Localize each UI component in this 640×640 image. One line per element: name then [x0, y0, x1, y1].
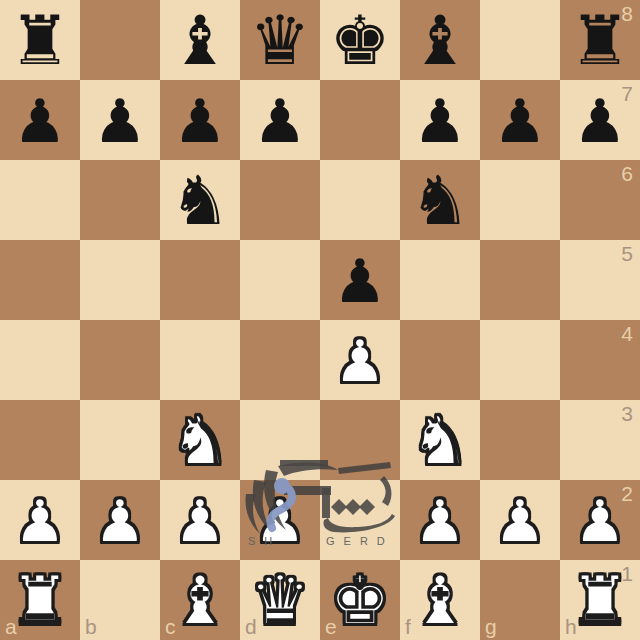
square-a2[interactable]: ♟	[0, 480, 80, 560]
white-knight[interactable]: ♞	[410, 407, 471, 475]
square-g8[interactable]	[480, 0, 560, 80]
white-knight[interactable]: ♞	[170, 407, 231, 475]
square-g1[interactable]	[480, 560, 560, 640]
black-pawn[interactable]: ♟	[93, 91, 147, 151]
square-a8[interactable]: ♜	[0, 0, 80, 80]
square-g5[interactable]	[480, 240, 560, 320]
square-c3[interactable]: ♞	[160, 400, 240, 480]
square-c8[interactable]: ♝	[160, 0, 240, 80]
square-d4[interactable]	[240, 320, 320, 400]
square-e8[interactable]: ♚	[320, 0, 400, 80]
square-c6[interactable]: ♞	[160, 160, 240, 240]
black-rook[interactable]: ♜	[570, 7, 631, 75]
square-f2[interactable]: ♟	[400, 480, 480, 560]
white-bishop[interactable]: ♝	[170, 567, 231, 635]
white-pawn[interactable]: ♟	[493, 491, 547, 551]
black-rook[interactable]: ♜	[10, 7, 71, 75]
square-f7[interactable]: ♟	[400, 80, 480, 160]
square-d6[interactable]	[240, 160, 320, 240]
square-e6[interactable]	[320, 160, 400, 240]
square-h4[interactable]	[560, 320, 640, 400]
square-a6[interactable]	[0, 160, 80, 240]
square-a3[interactable]	[0, 400, 80, 480]
white-bishop[interactable]: ♝	[410, 567, 471, 635]
square-a1[interactable]: ♜	[0, 560, 80, 640]
square-b6[interactable]	[80, 160, 160, 240]
square-d7[interactable]: ♟	[240, 80, 320, 160]
white-pawn[interactable]: ♟	[333, 331, 387, 391]
white-queen[interactable]: ♛	[250, 567, 311, 635]
square-f6[interactable]: ♞	[400, 160, 480, 240]
square-d1[interactable]: ♛	[240, 560, 320, 640]
black-pawn[interactable]: ♟	[173, 91, 227, 151]
black-pawn[interactable]: ♟	[573, 91, 627, 151]
square-d3[interactable]	[240, 400, 320, 480]
square-d5[interactable]	[240, 240, 320, 320]
black-knight[interactable]: ♞	[410, 167, 471, 235]
white-rook[interactable]: ♜	[570, 567, 631, 635]
square-e3[interactable]	[320, 400, 400, 480]
black-pawn[interactable]: ♟	[253, 91, 307, 151]
square-c1[interactable]: ♝	[160, 560, 240, 640]
square-e2[interactable]	[320, 480, 400, 560]
white-pawn[interactable]: ♟	[173, 491, 227, 551]
white-pawn[interactable]: ♟	[13, 491, 67, 551]
black-pawn[interactable]: ♟	[13, 91, 67, 151]
square-h5[interactable]	[560, 240, 640, 320]
square-h7[interactable]: ♟	[560, 80, 640, 160]
square-a7[interactable]: ♟	[0, 80, 80, 160]
square-c5[interactable]	[160, 240, 240, 320]
square-c2[interactable]: ♟	[160, 480, 240, 560]
white-pawn[interactable]: ♟	[253, 491, 307, 551]
square-e1[interactable]: ♚	[320, 560, 400, 640]
chess-board: ♜♝♛♚♝♜♟♟♟♟♟♟♟♞♞♟♟♞♞♟♟♟♟♟♟♟♜♝♛♚♝♜	[0, 0, 640, 640]
square-h1[interactable]: ♜	[560, 560, 640, 640]
square-b4[interactable]	[80, 320, 160, 400]
black-king[interactable]: ♚	[330, 7, 391, 75]
square-g3[interactable]	[480, 400, 560, 480]
black-bishop[interactable]: ♝	[410, 7, 471, 75]
square-e5[interactable]: ♟	[320, 240, 400, 320]
square-c4[interactable]	[160, 320, 240, 400]
square-a5[interactable]	[0, 240, 80, 320]
white-pawn[interactable]: ♟	[413, 491, 467, 551]
square-g7[interactable]: ♟	[480, 80, 560, 160]
black-pawn[interactable]: ♟	[333, 251, 387, 311]
square-h2[interactable]: ♟	[560, 480, 640, 560]
square-d2[interactable]: ♟	[240, 480, 320, 560]
square-g6[interactable]	[480, 160, 560, 240]
square-b8[interactable]	[80, 0, 160, 80]
square-f1[interactable]: ♝	[400, 560, 480, 640]
square-f5[interactable]	[400, 240, 480, 320]
square-b5[interactable]	[80, 240, 160, 320]
white-rook[interactable]: ♜	[10, 567, 71, 635]
white-king[interactable]: ♚	[330, 567, 391, 635]
square-f4[interactable]	[400, 320, 480, 400]
square-c7[interactable]: ♟	[160, 80, 240, 160]
black-pawn[interactable]: ♟	[413, 91, 467, 151]
square-h8[interactable]: ♜	[560, 0, 640, 80]
square-b1[interactable]	[80, 560, 160, 640]
square-h3[interactable]	[560, 400, 640, 480]
square-b3[interactable]	[80, 400, 160, 480]
black-knight[interactable]: ♞	[170, 167, 231, 235]
white-pawn[interactable]: ♟	[93, 491, 147, 551]
square-e4[interactable]: ♟	[320, 320, 400, 400]
square-g2[interactable]: ♟	[480, 480, 560, 560]
white-pawn[interactable]: ♟	[573, 491, 627, 551]
black-pawn[interactable]: ♟	[493, 91, 547, 151]
square-f3[interactable]: ♞	[400, 400, 480, 480]
square-b7[interactable]: ♟	[80, 80, 160, 160]
square-e7[interactable]	[320, 80, 400, 160]
black-bishop[interactable]: ♝	[170, 7, 231, 75]
square-d8[interactable]: ♛	[240, 0, 320, 80]
black-queen[interactable]: ♛	[250, 7, 311, 75]
square-g4[interactable]	[480, 320, 560, 400]
square-b2[interactable]: ♟	[80, 480, 160, 560]
square-f8[interactable]: ♝	[400, 0, 480, 80]
square-a4[interactable]	[0, 320, 80, 400]
square-h6[interactable]	[560, 160, 640, 240]
